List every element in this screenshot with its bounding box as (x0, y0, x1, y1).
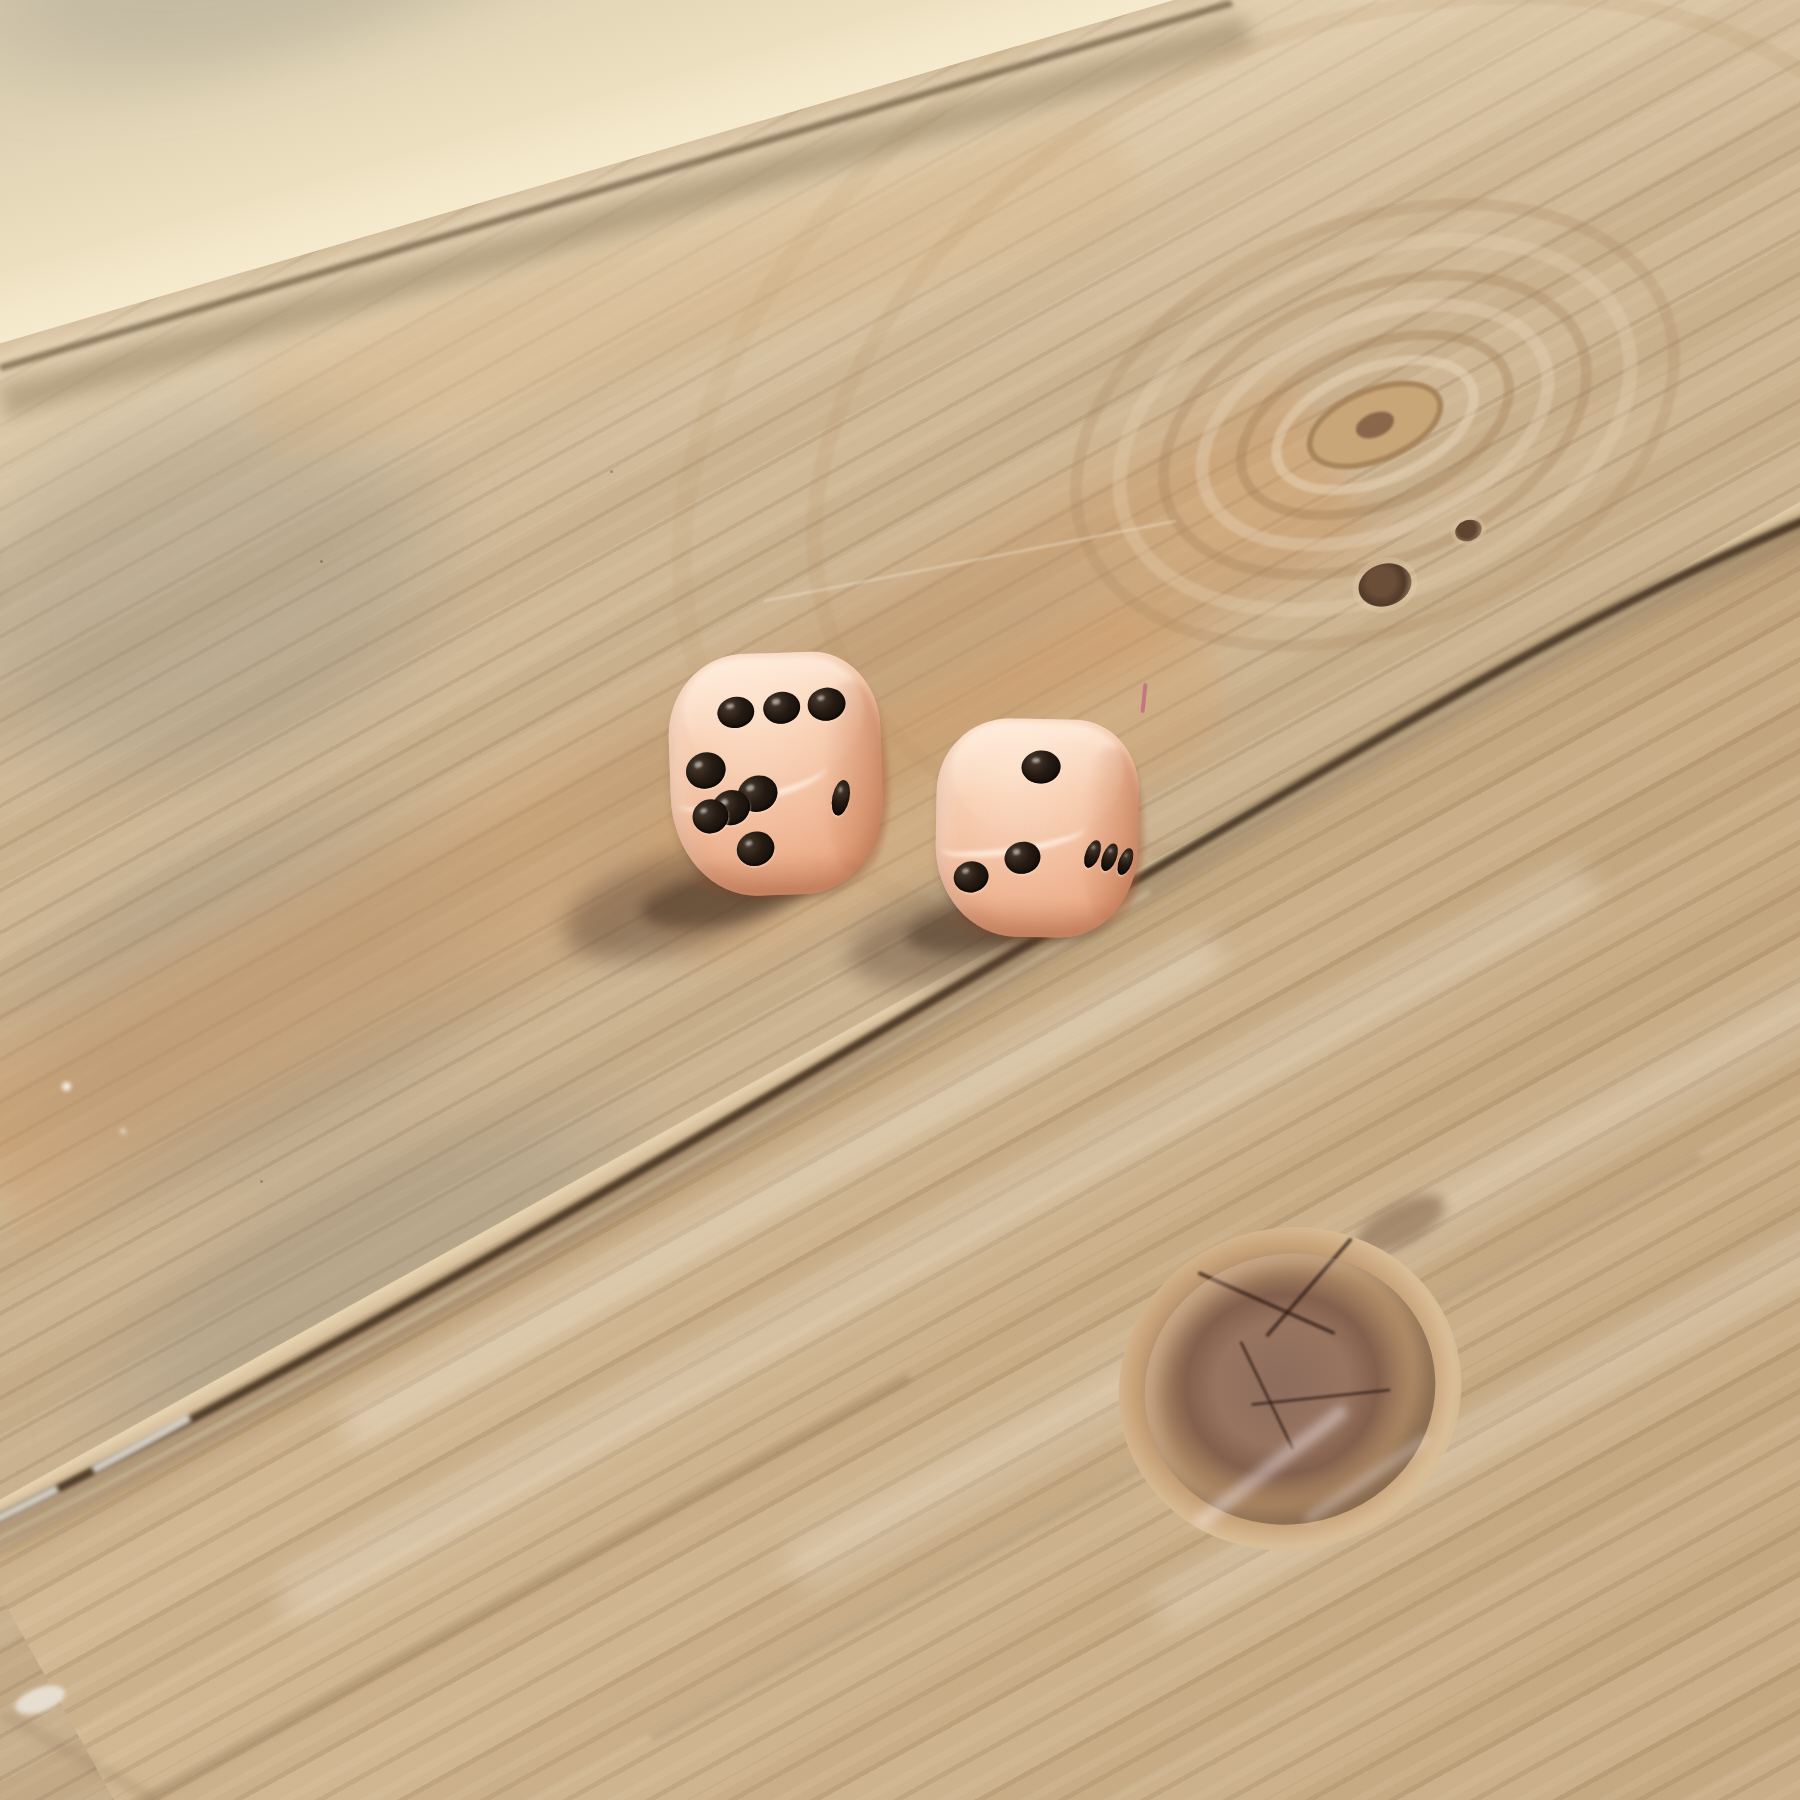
grain-dark-line (120, 1374, 911, 1800)
die-right (930, 712, 1144, 944)
photo-canvas (0, 0, 1800, 1800)
white-glint (120, 1128, 126, 1134)
die-left (662, 644, 891, 904)
dust-specks (320, 560, 323, 563)
white-glint (62, 1082, 71, 1091)
